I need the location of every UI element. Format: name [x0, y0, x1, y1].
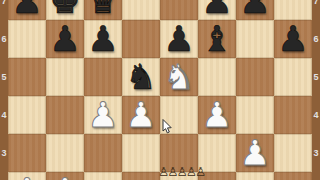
rank-label-3-left: 3: [0, 147, 8, 159]
square-c3[interactable]: [84, 134, 122, 172]
rank-label-5-right: 5: [312, 71, 320, 83]
rank-label-4-right: 4: [312, 109, 320, 121]
rank-labels-right: 76543: [312, 0, 320, 180]
square-h6[interactable]: ♟: [274, 20, 312, 58]
square-b6[interactable]: ♟: [46, 20, 84, 58]
square-d3[interactable]: [122, 134, 160, 172]
square-c5[interactable]: [84, 58, 122, 96]
square-g5[interactable]: [236, 58, 274, 96]
rank-label-7-left: 7: [0, 0, 8, 7]
square-d5[interactable]: ♞: [122, 58, 160, 96]
square-f6[interactable]: ♝: [198, 20, 236, 58]
square-h3[interactable]: [274, 134, 312, 172]
black-pawn[interactable]: ♟: [87, 20, 118, 58]
square-d7[interactable]: [122, 0, 160, 20]
square-e6[interactable]: ♟: [160, 20, 198, 58]
square-c2[interactable]: [84, 172, 122, 180]
square-d6[interactable]: [122, 20, 160, 58]
square-b2[interactable]: ♟: [46, 172, 84, 180]
square-b4[interactable]: [46, 96, 84, 134]
square-h4[interactable]: [274, 96, 312, 134]
square-h5[interactable]: [274, 58, 312, 96]
rank-labels-left: 76543: [0, 0, 8, 180]
black-pawn[interactable]: ♟: [277, 20, 308, 58]
square-c6[interactable]: ♟: [84, 20, 122, 58]
square-g6[interactable]: [236, 20, 274, 58]
square-d2[interactable]: [122, 172, 160, 180]
rank-label-4-left: 4: [0, 109, 8, 121]
square-c4[interactable]: ♟: [84, 96, 122, 134]
square-a5[interactable]: [8, 58, 46, 96]
mouse-cursor: [162, 119, 173, 135]
square-b5[interactable]: [46, 58, 84, 96]
pawn-row-icons: ♙♙♙♙♙: [158, 165, 204, 179]
black-pawn[interactable]: ♟: [163, 20, 194, 58]
square-d4[interactable]: ♟: [122, 96, 160, 134]
square-e5[interactable]: ♞: [160, 58, 198, 96]
square-h7[interactable]: [274, 0, 312, 20]
square-a4[interactable]: [8, 96, 46, 134]
square-f7[interactable]: ♟: [198, 0, 236, 20]
square-g7[interactable]: ♟: [236, 0, 274, 20]
white-pawn[interactable]: ♟: [11, 172, 42, 180]
white-pawn[interactable]: ♟: [125, 96, 156, 134]
square-f4[interactable]: ♟: [198, 96, 236, 134]
square-f5[interactable]: [198, 58, 236, 96]
black-bishop[interactable]: ♝: [201, 20, 232, 58]
rank-label-5-left: 5: [0, 71, 8, 83]
black-pawn[interactable]: ♟: [11, 0, 42, 20]
square-c7[interactable]: ♛: [84, 0, 122, 20]
chess-board: ♟♚♛♟♟♟♟♟♝♟♞♞♟♟♟♟♟♟: [8, 0, 312, 180]
square-b3[interactable]: [46, 134, 84, 172]
rank-label-6-right: 6: [312, 33, 320, 45]
square-a2[interactable]: ♟: [8, 172, 46, 180]
white-knight[interactable]: ♞: [163, 58, 194, 96]
square-g4[interactable]: [236, 96, 274, 134]
square-b7[interactable]: ♚: [46, 0, 84, 20]
black-king[interactable]: ♚: [49, 0, 80, 20]
rank-label-3-right: 3: [312, 147, 320, 159]
rank-label-6-left: 6: [0, 33, 8, 45]
chess-board-view: ♟♚♛♟♟♟♟♟♝♟♞♞♟♟♟♟♟♟ 76543 76543 ♙♙♙♙♙: [0, 0, 320, 180]
black-pawn[interactable]: ♟: [201, 0, 232, 20]
black-pawn[interactable]: ♟: [239, 0, 270, 20]
square-g3[interactable]: ♟: [236, 134, 274, 172]
white-pawn[interactable]: ♟: [49, 172, 80, 180]
square-h2[interactable]: [274, 172, 312, 180]
black-knight[interactable]: ♞: [125, 58, 156, 96]
white-pawn[interactable]: ♟: [87, 96, 118, 134]
black-queen[interactable]: ♛: [87, 0, 118, 20]
square-a6[interactable]: [8, 20, 46, 58]
rank-label-7-right: 7: [312, 0, 320, 7]
white-pawn[interactable]: ♟: [201, 96, 232, 134]
black-pawn[interactable]: ♟: [49, 20, 80, 58]
square-a7[interactable]: ♟: [8, 0, 46, 20]
square-g2[interactable]: [236, 172, 274, 180]
square-a3[interactable]: [8, 134, 46, 172]
white-pawn[interactable]: ♟: [239, 134, 270, 172]
square-e7[interactable]: [160, 0, 198, 20]
